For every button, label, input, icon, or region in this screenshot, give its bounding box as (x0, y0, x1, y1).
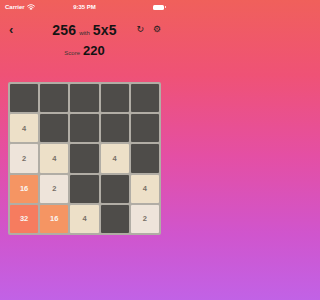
score-value: 220 (83, 43, 105, 58)
tile-4: 4 (101, 144, 129, 172)
tile-2: 2 (40, 175, 68, 203)
battery-icon (153, 5, 164, 10)
empty-cell (40, 84, 68, 112)
settings-button[interactable]: ⚙ (153, 25, 161, 34)
status-bar: Carrier 9:35 PM (0, 0, 169, 14)
tile-2: 2 (10, 144, 38, 172)
goal-value: 256 (52, 22, 76, 38)
empty-cell (70, 114, 98, 142)
empty-cell (70, 84, 98, 112)
empty-cell (131, 114, 159, 142)
nav-bar: ‹ 256 with 5x5 ↻ ⚙ (0, 19, 169, 40)
empty-cell (40, 114, 68, 142)
empty-cell (70, 175, 98, 203)
title-connector: with (79, 30, 90, 36)
empty-cell (101, 114, 129, 142)
empty-cell (101, 205, 129, 233)
gear-icon: ⚙ (153, 24, 161, 34)
tile-4: 4 (40, 144, 68, 172)
score-label: Score (64, 50, 80, 56)
tile-32: 32 (10, 205, 38, 233)
tile-4: 4 (10, 114, 38, 142)
tile-4: 4 (131, 175, 159, 203)
tile-2: 2 (131, 205, 159, 233)
chevron-left-icon: ‹ (9, 23, 13, 36)
board-grid[interactable]: 42441624321642 (8, 82, 161, 235)
back-button[interactable]: ‹ (9, 19, 13, 40)
empty-cell (131, 144, 159, 172)
board-size-value: 5x5 (93, 22, 117, 38)
empty-cell (101, 84, 129, 112)
empty-cell (10, 84, 38, 112)
tile-4: 4 (70, 205, 98, 233)
carrier-area: Carrier (5, 4, 35, 10)
restart-button[interactable]: ↻ (136, 25, 144, 34)
score-bar: Score 220 (0, 43, 169, 59)
tile-16: 16 (10, 175, 38, 203)
empty-cell (70, 144, 98, 172)
empty-cell (131, 84, 159, 112)
carrier-label: Carrier (5, 4, 25, 10)
empty-cell (101, 175, 129, 203)
wifi-icon (27, 4, 35, 10)
refresh-icon: ↻ (136, 24, 144, 34)
tile-16: 16 (40, 205, 68, 233)
